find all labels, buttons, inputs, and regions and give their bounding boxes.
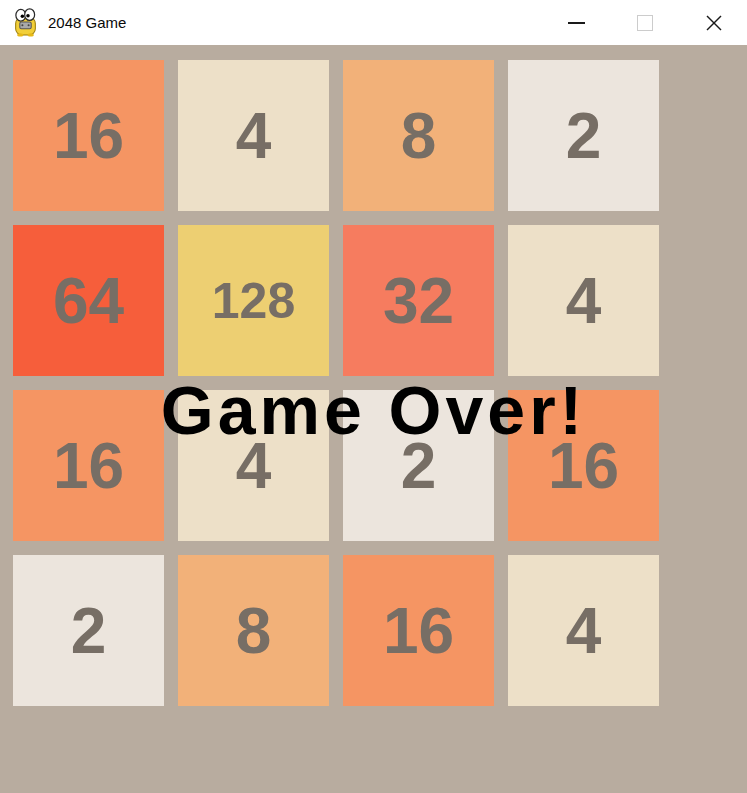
tile-r1c4: 2 [508, 60, 659, 211]
close-button[interactable] [691, 0, 737, 45]
board-grid: 164826412832416421628164 [13, 60, 659, 706]
close-icon [705, 14, 723, 32]
tile-r3c4: 16 [508, 390, 659, 541]
maximize-button[interactable] [622, 0, 668, 45]
window-controls [553, 0, 747, 45]
tile-r1c3: 8 [343, 60, 494, 211]
python-app-icon [12, 8, 39, 37]
tile-r1c1: 16 [13, 60, 164, 211]
tile-r4c4: 4 [508, 555, 659, 706]
titlebar: 2048 Game [0, 0, 747, 45]
tile-r4c1: 2 [13, 555, 164, 706]
tile-r3c1: 16 [13, 390, 164, 541]
app-window: 2048 Game 164826412832416421628164 Game … [0, 0, 747, 793]
tile-r2c2: 128 [178, 225, 329, 376]
minimize-icon [568, 22, 585, 24]
minimize-button[interactable] [553, 0, 599, 45]
maximize-icon [637, 15, 653, 31]
tile-r2c1: 64 [13, 225, 164, 376]
tile-r4c3: 16 [343, 555, 494, 706]
tile-r1c2: 4 [178, 60, 329, 211]
window-title: 2048 Game [48, 14, 126, 31]
tile-r3c2: 4 [178, 390, 329, 541]
tile-r3c3: 2 [343, 390, 494, 541]
game-canvas: 164826412832416421628164 Game Over! [0, 45, 747, 793]
tile-r4c2: 8 [178, 555, 329, 706]
tile-r2c3: 32 [343, 225, 494, 376]
tile-r2c4: 4 [508, 225, 659, 376]
